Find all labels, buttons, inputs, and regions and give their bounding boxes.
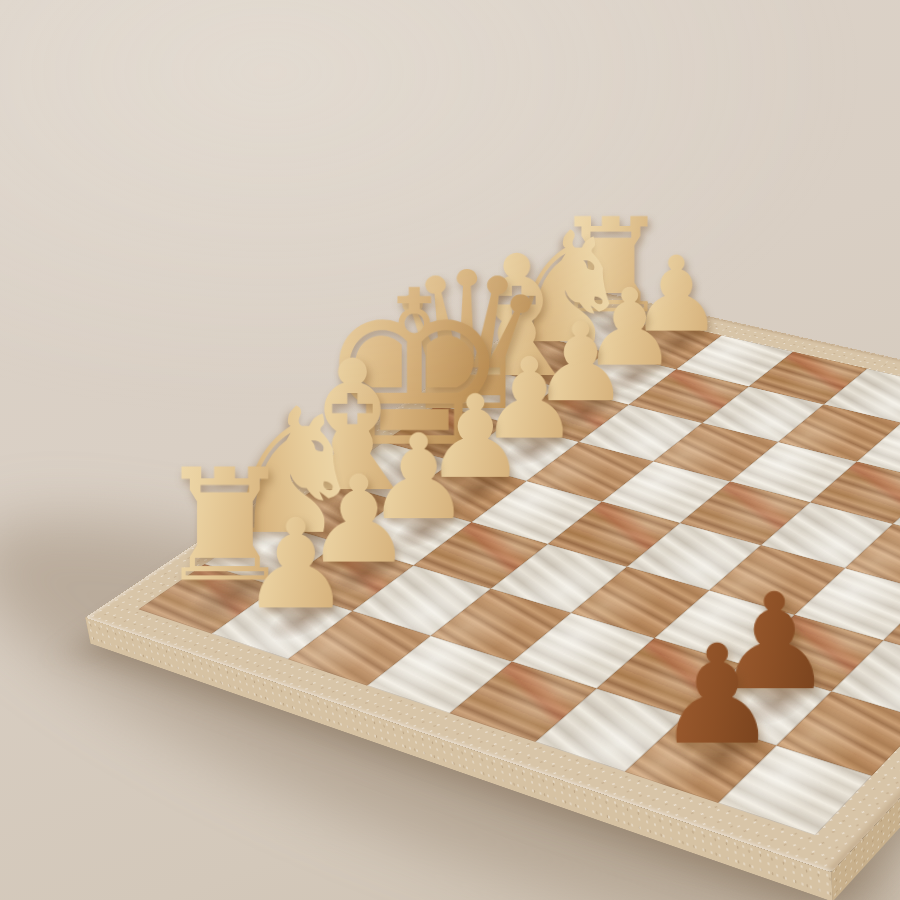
square-g4 — [431, 589, 571, 662]
black-pawn-icon: ♟ — [589, 627, 845, 764]
white-pawn-icon: ♟ — [180, 503, 411, 627]
square-h5 — [450, 662, 597, 742]
square-f4 — [491, 544, 627, 613]
chess-set-photo: ♜♞♝♛♚♝♞♜♟♟♟♟♟♟♟♟♟♟ — [0, 0, 900, 900]
chess-board-slab: ♜♞♝♛♚♝♞♜♟♟♟♟♟♟♟♟♟♟ — [85, 287, 900, 873]
square-h4 — [367, 636, 512, 713]
